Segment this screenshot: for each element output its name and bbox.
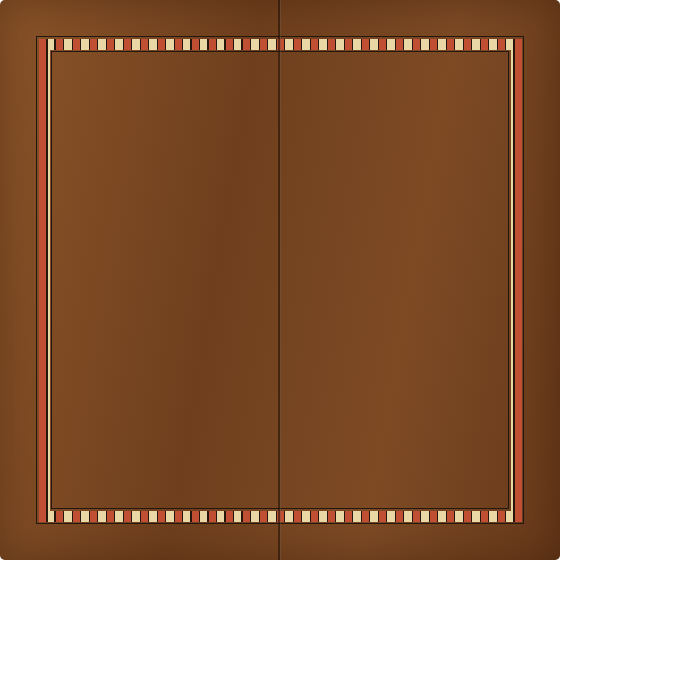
chess-board <box>0 0 560 560</box>
product-photo-scene <box>0 0 700 700</box>
fold-seam <box>278 0 281 560</box>
